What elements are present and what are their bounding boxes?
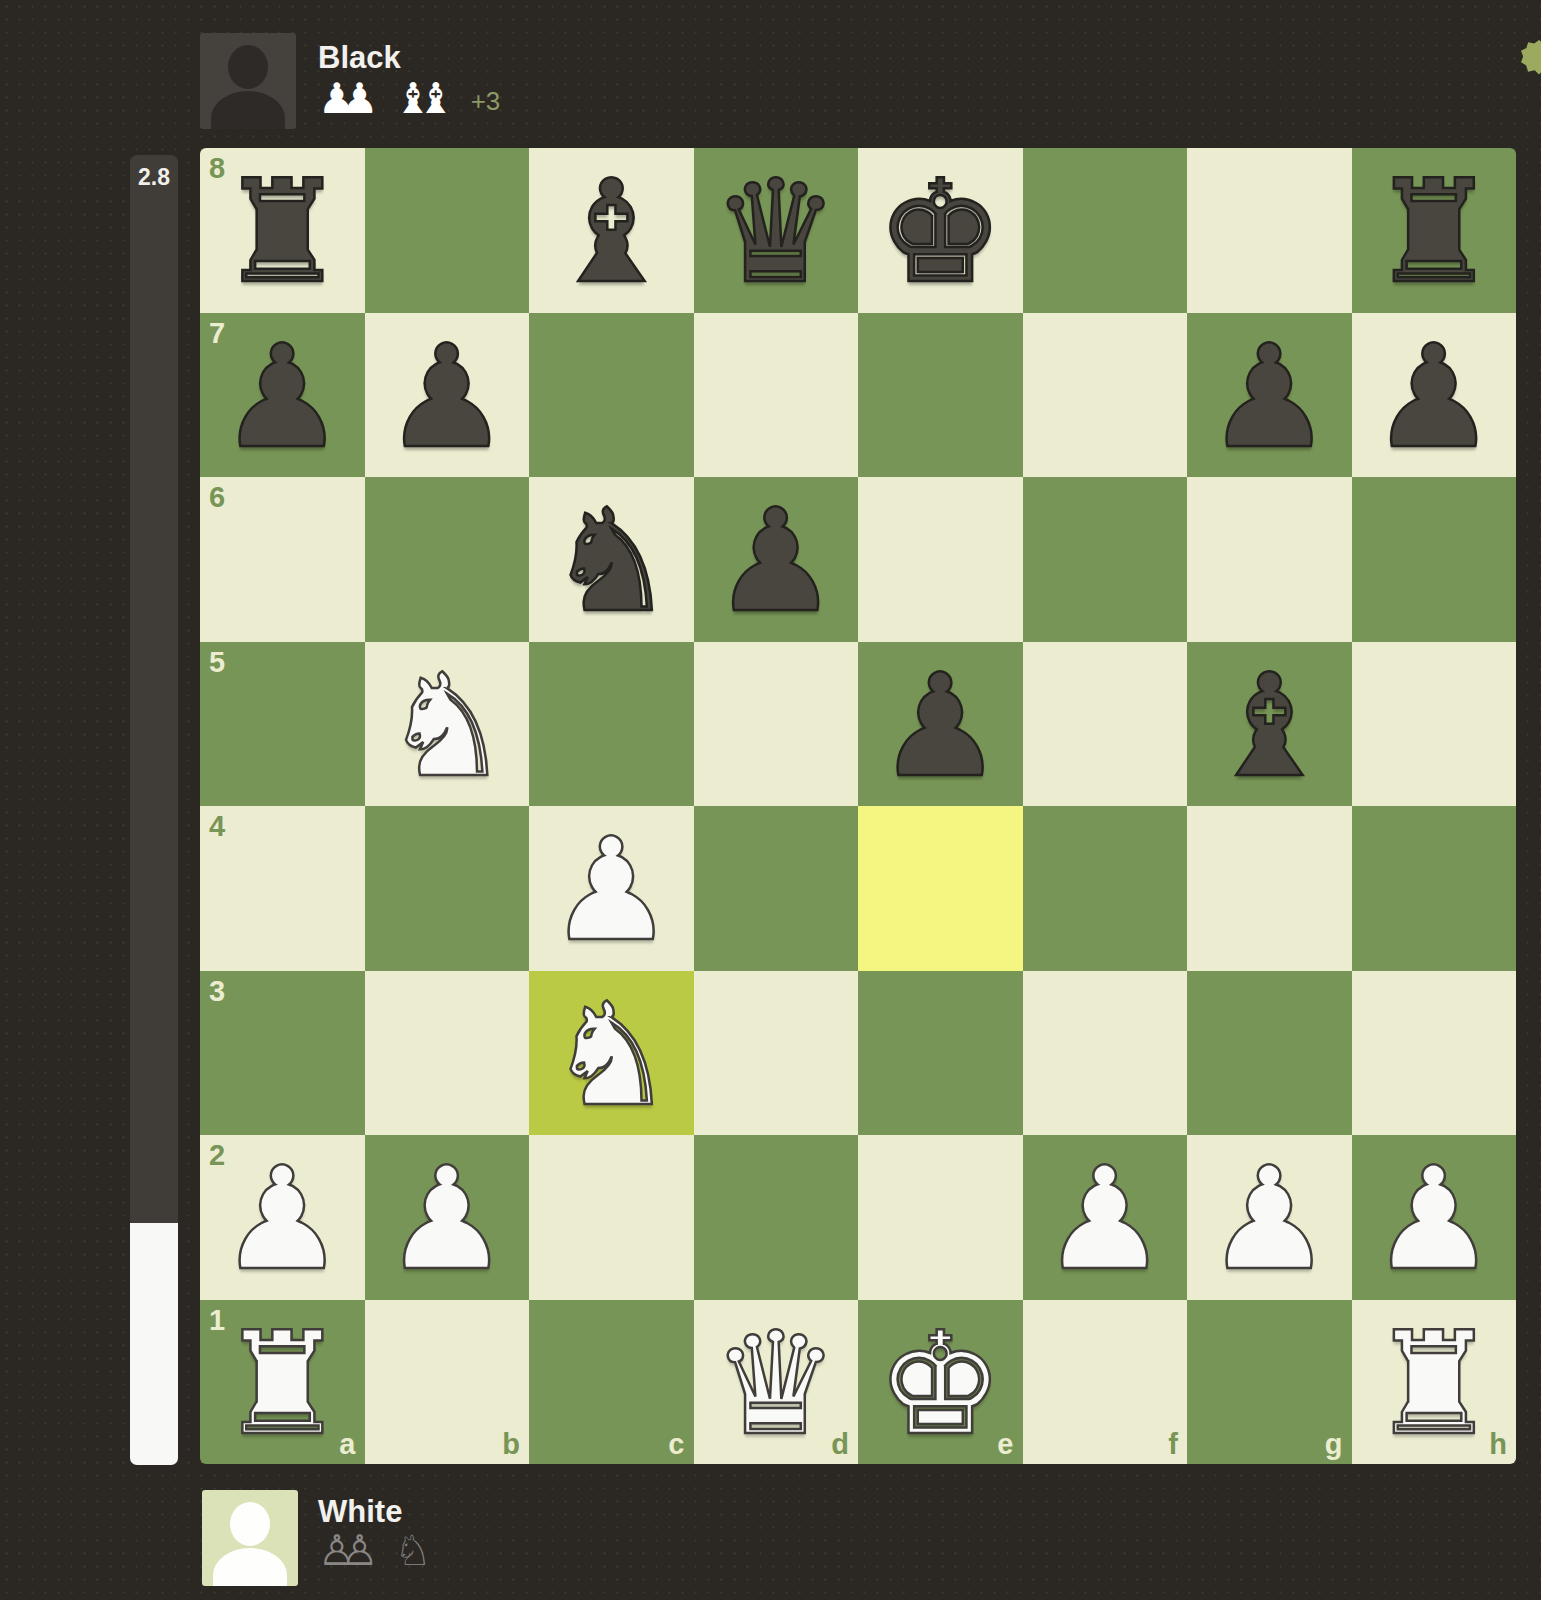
square-b3[interactable] [365,971,530,1136]
black-pawn-piece[interactable]: ♟ [712,490,839,632]
square-b6[interactable] [365,477,530,642]
black-rook-piece[interactable]: ♜ [219,161,346,303]
square-c1[interactable]: c [529,1300,694,1465]
square-b7[interactable]: ♟ [365,313,530,478]
rank-label: 6 [209,481,225,514]
square-e6[interactable] [858,477,1023,642]
white-rook-piece[interactable]: ♜ [219,1313,346,1455]
square-h8[interactable]: ♜ [1352,148,1517,313]
evaluation-bar: 2.8 [130,155,178,1465]
file-label: c [668,1428,684,1461]
black-pawn-piece[interactable]: ♟ [219,326,346,468]
square-d6[interactable]: ♟ [694,477,859,642]
white-player-name: White [318,1494,402,1530]
white-pawn-piece[interactable]: ♟ [1206,1148,1333,1290]
black-pawn-piece[interactable]: ♟ [877,655,1004,797]
square-b1[interactable]: b [365,1300,530,1465]
white-knight-piece[interactable]: ♞ [548,984,675,1126]
square-e1[interactable]: e♚ [858,1300,1023,1465]
square-f4[interactable] [1023,806,1188,971]
square-g3[interactable] [1187,971,1352,1136]
black-rook-piece[interactable]: ♜ [1370,161,1497,303]
square-g7[interactable]: ♟ [1187,313,1352,478]
white-pawn-piece[interactable]: ♟ [219,1148,346,1290]
square-h7[interactable]: ♟ [1352,313,1517,478]
square-c2[interactable] [529,1135,694,1300]
square-e3[interactable] [858,971,1023,1136]
square-f1[interactable]: f [1023,1300,1188,1465]
square-a8[interactable]: 8♜ [200,148,365,313]
square-d5[interactable] [694,642,859,807]
black-pawn-piece[interactable]: ♟ [383,326,510,468]
black-player-name: Black [318,40,401,76]
avatar-head-silhouette [228,45,268,89]
black-pawn-piece[interactable]: ♟ [1206,326,1333,468]
square-d1[interactable]: d♛ [694,1300,859,1465]
square-g1[interactable]: g [1187,1300,1352,1465]
square-c8[interactable]: ♝ [529,148,694,313]
square-c5[interactable] [529,642,694,807]
square-b2[interactable]: ♟ [365,1135,530,1300]
white-rook-piece[interactable]: ♜ [1370,1313,1497,1455]
captured-black-pawns-icon: ♙♙ [318,1530,378,1572]
square-e5[interactable]: ♟ [858,642,1023,807]
white-pawn-piece[interactable]: ♟ [383,1148,510,1290]
square-a5[interactable]: 5 [200,642,365,807]
white-pawn-piece[interactable]: ♟ [1041,1148,1168,1290]
square-h2[interactable]: ♟ [1352,1135,1517,1300]
square-a1[interactable]: 1a♜ [200,1300,365,1465]
black-knight-piece[interactable]: ♞ [548,490,675,632]
square-d3[interactable] [694,971,859,1136]
square-e8[interactable]: ♚ [858,148,1023,313]
white-avatar[interactable] [202,1490,298,1586]
square-d8[interactable]: ♛ [694,148,859,313]
square-d7[interactable] [694,313,859,478]
square-e4[interactable] [858,806,1023,971]
avatar-torso-silhouette [213,1548,287,1586]
white-pawn-piece[interactable]: ♟ [548,819,675,961]
file-label: b [502,1428,520,1461]
square-f2[interactable]: ♟ [1023,1135,1188,1300]
square-a2[interactable]: 2♟ [200,1135,365,1300]
square-g2[interactable]: ♟ [1187,1135,1352,1300]
avatar-torso-silhouette [211,91,285,129]
square-h5[interactable] [1352,642,1517,807]
square-g5[interactable]: ♝ [1187,642,1352,807]
rank-label: 5 [209,646,225,679]
black-captured-pieces: ♟♟ ♝♝ +3 [318,78,500,120]
black-bishop-piece[interactable]: ♝ [1206,655,1333,797]
chess-board[interactable]: 8♜♝♛♚♜7♟♟♟♟6♞♟5♞♟♝4♟3♞2♟♟♟♟♟1a♜bcd♛e♚fgh… [200,148,1516,1464]
captured-white-bishops-icon: ♝♝ [394,78,454,120]
white-king-piece[interactable]: ♚ [877,1313,1004,1455]
square-c4[interactable]: ♟ [529,806,694,971]
square-f3[interactable] [1023,971,1188,1136]
square-e2[interactable] [858,1135,1023,1300]
square-b4[interactable] [365,806,530,971]
square-a3[interactable]: 3 [200,971,365,1136]
black-king-piece[interactable]: ♚ [877,161,1004,303]
captured-black-knight-icon: ♘ [394,1530,432,1572]
black-queen-piece[interactable]: ♛ [712,161,839,303]
edge-gear-icon[interactable] [1521,40,1541,76]
black-bishop-piece[interactable]: ♝ [548,161,675,303]
chess-app-page: { "game": "chess", "position": { "fen": … [0,0,1541,1600]
square-h4[interactable] [1352,806,1517,971]
square-b8[interactable] [365,148,530,313]
evaluation-bar-white-segment [130,1223,178,1465]
square-c6[interactable]: ♞ [529,477,694,642]
captured-white-pawns-icon: ♟♟ [318,78,378,120]
file-label: f [1168,1428,1178,1461]
avatar-head-silhouette [230,1502,270,1546]
square-d2[interactable] [694,1135,859,1300]
square-a7[interactable]: 7♟ [200,313,365,478]
square-g8[interactable] [1187,148,1352,313]
black-pawn-piece[interactable]: ♟ [1370,326,1497,468]
square-g4[interactable] [1187,806,1352,971]
square-h1[interactable]: h♜ [1352,1300,1517,1465]
file-label: g [1325,1428,1343,1461]
evaluation-score: 2.8 [130,164,178,191]
square-h6[interactable] [1352,477,1517,642]
white-pawn-piece[interactable]: ♟ [1370,1148,1497,1290]
square-f8[interactable] [1023,148,1188,313]
square-h3[interactable] [1352,971,1517,1136]
material-advantage-badge: +3 [471,88,501,120]
square-d4[interactable] [694,806,859,971]
black-avatar[interactable] [200,33,296,129]
square-f7[interactable] [1023,313,1188,478]
square-a6[interactable]: 6 [200,477,365,642]
square-a4[interactable]: 4 [200,806,365,971]
rank-label: 4 [209,810,225,843]
square-f6[interactable] [1023,477,1188,642]
white-knight-piece[interactable]: ♞ [383,655,510,797]
white-queen-piece[interactable]: ♛ [712,1313,839,1455]
square-e7[interactable] [858,313,1023,478]
white-captured-pieces: ♙♙ ♘ [318,1530,432,1572]
square-f5[interactable] [1023,642,1188,807]
square-b5[interactable]: ♞ [365,642,530,807]
square-g6[interactable] [1187,477,1352,642]
square-c3[interactable]: ♞ [529,971,694,1136]
square-c7[interactable] [529,313,694,478]
rank-label: 3 [209,975,225,1008]
